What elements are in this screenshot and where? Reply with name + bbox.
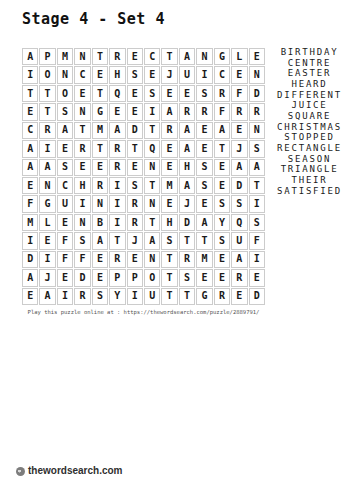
grid-cell[interactable]: E: [92, 66, 108, 83]
grid-cell[interactable]: N: [74, 103, 90, 120]
grid-cell[interactable]: O: [144, 269, 160, 286]
grid-cell[interactable]: E: [231, 122, 247, 139]
grid-cell[interactable]: C: [214, 66, 230, 83]
grid-cell[interactable]: E: [196, 122, 212, 139]
grid-cell[interactable]: M: [22, 214, 38, 231]
grid-cell[interactable]: S: [249, 214, 265, 231]
grid-cell[interactable]: N: [249, 122, 265, 139]
grid-cell[interactable]: E: [92, 251, 108, 268]
grid-cell[interactable]: I: [144, 103, 160, 120]
grid-cell[interactable]: R: [214, 85, 230, 102]
grid-cell[interactable]: M: [57, 48, 73, 65]
grid-cell[interactable]: T: [161, 269, 177, 286]
grid-cell[interactable]: S: [127, 177, 143, 194]
grid-cell[interactable]: E: [127, 85, 143, 102]
grid-cell[interactable]: A: [144, 232, 160, 249]
grid-cell[interactable]: I: [74, 195, 90, 212]
grid-cell[interactable]: E: [196, 269, 212, 286]
grid-cell[interactable]: E: [214, 159, 230, 176]
grid-cell[interactable]: E: [161, 140, 177, 157]
grid-cell[interactable]: Y: [109, 288, 125, 305]
grid-cell[interactable]: M: [92, 122, 108, 139]
grid-cell[interactable]: T: [127, 140, 143, 157]
grid-cell[interactable]: N: [196, 48, 212, 65]
grid-cell[interactable]: G: [39, 195, 55, 212]
grid-cell[interactable]: N: [57, 66, 73, 83]
grid-cell[interactable]: I: [249, 251, 265, 268]
grid-cell[interactable]: E: [57, 269, 73, 286]
word-list-item: HEARD: [266, 79, 353, 90]
grid-cell[interactable]: N: [74, 214, 90, 231]
word-list-item: DIFFERENT: [266, 90, 353, 101]
grid-cell[interactable]: C: [144, 48, 160, 65]
grid-cell[interactable]: E: [57, 214, 73, 231]
grid-cell[interactable]: E: [92, 159, 108, 176]
grid-cell[interactable]: A: [179, 48, 195, 65]
grid-cell[interactable]: I: [249, 195, 265, 212]
grid-cell[interactable]: R: [231, 269, 247, 286]
grid-cell[interactable]: O: [39, 66, 55, 83]
word-list-item: JUICE: [266, 100, 353, 111]
grid-cell[interactable]: E: [22, 288, 38, 305]
grid-cell[interactable]: R: [196, 103, 212, 120]
grid-cell[interactable]: E: [39, 232, 55, 249]
grid-cell[interactable]: T: [196, 232, 212, 249]
grid-cell[interactable]: T: [249, 177, 265, 194]
grid-cell[interactable]: E: [74, 85, 90, 102]
grid-cell[interactable]: L: [231, 48, 247, 65]
grid-cell[interactable]: F: [57, 232, 73, 249]
grid-cell[interactable]: M: [196, 251, 212, 268]
grid-cell[interactable]: E: [161, 85, 177, 102]
grid-cell[interactable]: N: [74, 48, 90, 65]
grid-cell[interactable]: R: [249, 103, 265, 120]
grid-cell[interactable]: A: [161, 103, 177, 120]
grid-cell[interactable]: I: [57, 288, 73, 305]
grid-cell[interactable]: S: [196, 85, 212, 102]
word-list-item: BIRTHDAY: [266, 47, 353, 58]
grid-cell[interactable]: A: [214, 122, 230, 139]
grid-cell[interactable]: H: [74, 177, 90, 194]
grid-cell[interactable]: R: [179, 251, 195, 268]
word-search-worksheet: Stage 4 - Set 4 APMNTRECTANGLEIONCEHSEJU…: [0, 0, 353, 500]
grid-cell[interactable]: S: [57, 159, 73, 176]
grid-cell[interactable]: E: [127, 48, 143, 65]
grid-cell[interactable]: J: [179, 195, 195, 212]
word-list-item: RECTANGLE: [266, 143, 353, 154]
grid-cell[interactable]: D: [249, 288, 265, 305]
grid-cell[interactable]: T: [74, 122, 90, 139]
grid-cell[interactable]: T: [144, 177, 160, 194]
grid-cell[interactable]: A: [39, 159, 55, 176]
grid-cell[interactable]: E: [231, 288, 247, 305]
grid-cell[interactable]: J: [39, 269, 55, 286]
grid-cell[interactable]: T: [161, 288, 177, 305]
grid-cell[interactable]: R: [231, 103, 247, 120]
grid-cell[interactable]: R: [92, 177, 108, 194]
grid-cell[interactable]: A: [22, 48, 38, 65]
grid-cell[interactable]: P: [127, 269, 143, 286]
grid-cell[interactable]: R: [127, 214, 143, 231]
grid-cell[interactable]: E: [179, 85, 195, 102]
grid-cell[interactable]: F: [249, 232, 265, 249]
grid-cell[interactable]: S: [161, 232, 177, 249]
grid-cell[interactable]: F: [74, 251, 90, 268]
grid-cell[interactable]: S: [57, 103, 73, 120]
grid-cell[interactable]: N: [144, 159, 160, 176]
grid-cell[interactable]: T: [179, 232, 195, 249]
word-list-item: TRIANGLE: [266, 164, 353, 175]
grid-cell[interactable]: R: [39, 122, 55, 139]
grid-cell[interactable]: S: [196, 159, 212, 176]
grid-cell[interactable]: N: [144, 195, 160, 212]
grid-cell[interactable]: I: [196, 66, 212, 83]
grid-cell[interactable]: R: [109, 48, 125, 65]
grid-cell[interactable]: S: [92, 288, 108, 305]
grid-cell[interactable]: E: [22, 177, 38, 194]
grid-cell[interactable]: F: [231, 85, 247, 102]
grid-cell[interactable]: S: [144, 85, 160, 102]
grid-cell[interactable]: E: [196, 140, 212, 157]
word-list-item: CENTRE: [266, 58, 353, 69]
grid-cell[interactable]: G: [196, 288, 212, 305]
grid-cell[interactable]: T: [179, 288, 195, 305]
grid-cell[interactable]: F: [22, 195, 38, 212]
grid-cell[interactable]: S: [127, 66, 143, 83]
word-list-item: STOPPED: [266, 132, 353, 143]
grid-cell[interactable]: J: [231, 140, 247, 157]
grid-cell[interactable]: R: [74, 288, 90, 305]
grid-cell[interactable]: I: [109, 195, 125, 212]
grid-cell[interactable]: D: [231, 177, 247, 194]
grid-cell[interactable]: I: [22, 232, 38, 249]
grid-cell[interactable]: E: [57, 140, 73, 157]
grid-cell[interactable]: S: [214, 195, 230, 212]
grid-cell[interactable]: E: [249, 48, 265, 65]
grid-cell[interactable]: I: [39, 251, 55, 268]
grid-cell[interactable]: O: [57, 85, 73, 102]
grid-cell[interactable]: A: [22, 269, 38, 286]
grid-cell[interactable]: H: [109, 66, 125, 83]
grid-cell[interactable]: E: [144, 66, 160, 83]
grid-cell[interactable]: E: [231, 66, 247, 83]
grid-cell[interactable]: F: [214, 103, 230, 120]
grid-cell[interactable]: T: [92, 85, 108, 102]
grid-cell[interactable]: T: [161, 48, 177, 65]
grid-cell[interactable]: T: [109, 232, 125, 249]
grid-cell[interactable]: N: [249, 66, 265, 83]
grid-cell[interactable]: J: [161, 66, 177, 83]
grid-cell[interactable]: D: [74, 269, 90, 286]
grid-cell[interactable]: A: [179, 140, 195, 157]
grid-cell[interactable]: Q: [231, 214, 247, 231]
grid-cell[interactable]: F: [57, 251, 73, 268]
grid-cell[interactable]: A: [196, 214, 212, 231]
site-credit: thewordsearch.com: [16, 466, 122, 476]
grid-cell[interactable]: A: [57, 122, 73, 139]
grid-cell[interactable]: A: [179, 122, 195, 139]
grid-cell[interactable]: U: [144, 288, 160, 305]
grid-cell[interactable]: E: [127, 251, 143, 268]
grid-cell[interactable]: I: [109, 177, 125, 194]
grid-cell[interactable]: I: [22, 66, 38, 83]
grid-cell[interactable]: D: [22, 251, 38, 268]
grid-cell[interactable]: A: [92, 232, 108, 249]
grid-cell[interactable]: I: [109, 214, 125, 231]
grid-cell[interactable]: A: [231, 159, 247, 176]
grid-cell[interactable]: R: [109, 251, 125, 268]
grid-cell[interactable]: A: [22, 159, 38, 176]
grid-cell[interactable]: G: [92, 103, 108, 120]
grid-cell[interactable]: P: [109, 269, 125, 286]
grid-cell[interactable]: Q: [109, 85, 125, 102]
word-list-item: SQUARE: [266, 111, 353, 122]
grid-cell[interactable]: R: [161, 122, 177, 139]
grid-cell[interactable]: E: [161, 195, 177, 212]
grid-cell[interactable]: U: [57, 195, 73, 212]
word-list: BIRTHDAYCENTREEASTERHEARDDIFFERENTJUICES…: [266, 47, 353, 196]
word-list-item: CHRISTMAS: [266, 122, 353, 133]
grid-cell[interactable]: A: [249, 159, 265, 176]
grid-cell[interactable]: E: [127, 103, 143, 120]
grid-cell[interactable]: C: [22, 122, 38, 139]
grid-cell[interactable]: A: [231, 251, 247, 268]
grid-cell[interactable]: T: [144, 122, 160, 139]
grid-cell[interactable]: P: [39, 48, 55, 65]
site-credit-text: thewordsearch.com: [28, 466, 122, 476]
grid-cell[interactable]: N: [92, 195, 108, 212]
grid-cell[interactable]: R: [109, 159, 125, 176]
grid-cell[interactable]: A: [39, 288, 55, 305]
grid-cell[interactable]: J: [127, 232, 143, 249]
grid-cell[interactable]: E: [161, 159, 177, 176]
grid-cell[interactable]: D: [249, 85, 265, 102]
site-logo-icon: [16, 467, 25, 476]
grid-cell[interactable]: U: [231, 232, 247, 249]
grid-cell[interactable]: B: [92, 214, 108, 231]
grid-cell[interactable]: R: [127, 195, 143, 212]
grid-cell[interactable]: Q: [144, 140, 160, 157]
grid-cell[interactable]: R: [74, 140, 90, 157]
grid-cell[interactable]: T: [144, 214, 160, 231]
grid-cell[interactable]: M: [161, 177, 177, 194]
grid-cell[interactable]: S: [249, 140, 265, 157]
grid-cell[interactable]: Y: [214, 214, 230, 231]
grid-cell[interactable]: I: [39, 140, 55, 157]
grid-cell[interactable]: T: [92, 48, 108, 65]
grid-cell[interactable]: E: [196, 195, 212, 212]
grid-cell[interactable]: E: [22, 103, 38, 120]
word-list-item: THEIR: [266, 175, 353, 186]
grid-cell[interactable]: R: [179, 103, 195, 120]
grid-cell[interactable]: T: [39, 103, 55, 120]
grid-cell[interactable]: E: [249, 269, 265, 286]
grid-cell[interactable]: N: [39, 177, 55, 194]
grid-cell[interactable]: T: [214, 140, 230, 157]
grid-cell[interactable]: E: [214, 269, 230, 286]
grid-cell[interactable]: C: [74, 66, 90, 83]
grid-cell[interactable]: D: [127, 122, 143, 139]
grid-cell[interactable]: S: [214, 232, 230, 249]
grid-cell[interactable]: A: [109, 122, 125, 139]
page-title: Stage 4 - Set 4: [22, 9, 165, 30]
grid-cell[interactable]: C: [57, 177, 73, 194]
grid-cell[interactable]: R: [109, 140, 125, 157]
grid-cell[interactable]: D: [179, 214, 195, 231]
grid-cell[interactable]: R: [214, 288, 230, 305]
grid-cell[interactable]: I: [127, 288, 143, 305]
grid-cell[interactable]: S: [179, 269, 195, 286]
grid-cell[interactable]: S: [74, 232, 90, 249]
grid-cell[interactable]: U: [179, 66, 195, 83]
grid-cell[interactable]: H: [161, 214, 177, 231]
word-list-item: SEASON: [266, 154, 353, 165]
grid-cell[interactable]: E: [109, 103, 125, 120]
grid-cell[interactable]: N: [144, 251, 160, 268]
grid-cell[interactable]: T: [22, 85, 38, 102]
grid-cell[interactable]: E: [92, 269, 108, 286]
grid-cell[interactable]: E: [214, 177, 230, 194]
word-list-item: EASTER: [266, 68, 353, 79]
grid-cell[interactable]: E: [214, 251, 230, 268]
grid-cell[interactable]: A: [22, 140, 38, 157]
grid-cell[interactable]: T: [92, 140, 108, 157]
grid-cell[interactable]: H: [179, 159, 195, 176]
word-search-grid: APMNTRECTANGLEIONCEHSEJUICENTTOETQESEESR…: [22, 48, 265, 305]
grid-cell[interactable]: E: [127, 159, 143, 176]
grid-cell[interactable]: T: [161, 251, 177, 268]
word-list-item: SATISFIED: [266, 186, 353, 197]
grid-cell[interactable]: G: [214, 48, 230, 65]
grid-cell[interactable]: L: [39, 214, 55, 231]
grid-cell[interactable]: S: [196, 177, 212, 194]
grid-cell[interactable]: A: [179, 177, 195, 194]
online-link-note: Play this puzzle online at : https://the…: [22, 309, 265, 317]
grid-cell[interactable]: E: [74, 159, 90, 176]
grid-cell[interactable]: T: [39, 85, 55, 102]
grid-cell[interactable]: S: [231, 195, 247, 212]
